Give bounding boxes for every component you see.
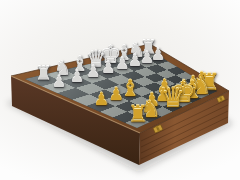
chess-set-photo: ♜♞♛♚♝♞♜♟♟♟♟♟♟♟♟♝♟♟♟♟♟♟♟♟♜♞♝♛♚♝♞♜: [0, 0, 240, 180]
